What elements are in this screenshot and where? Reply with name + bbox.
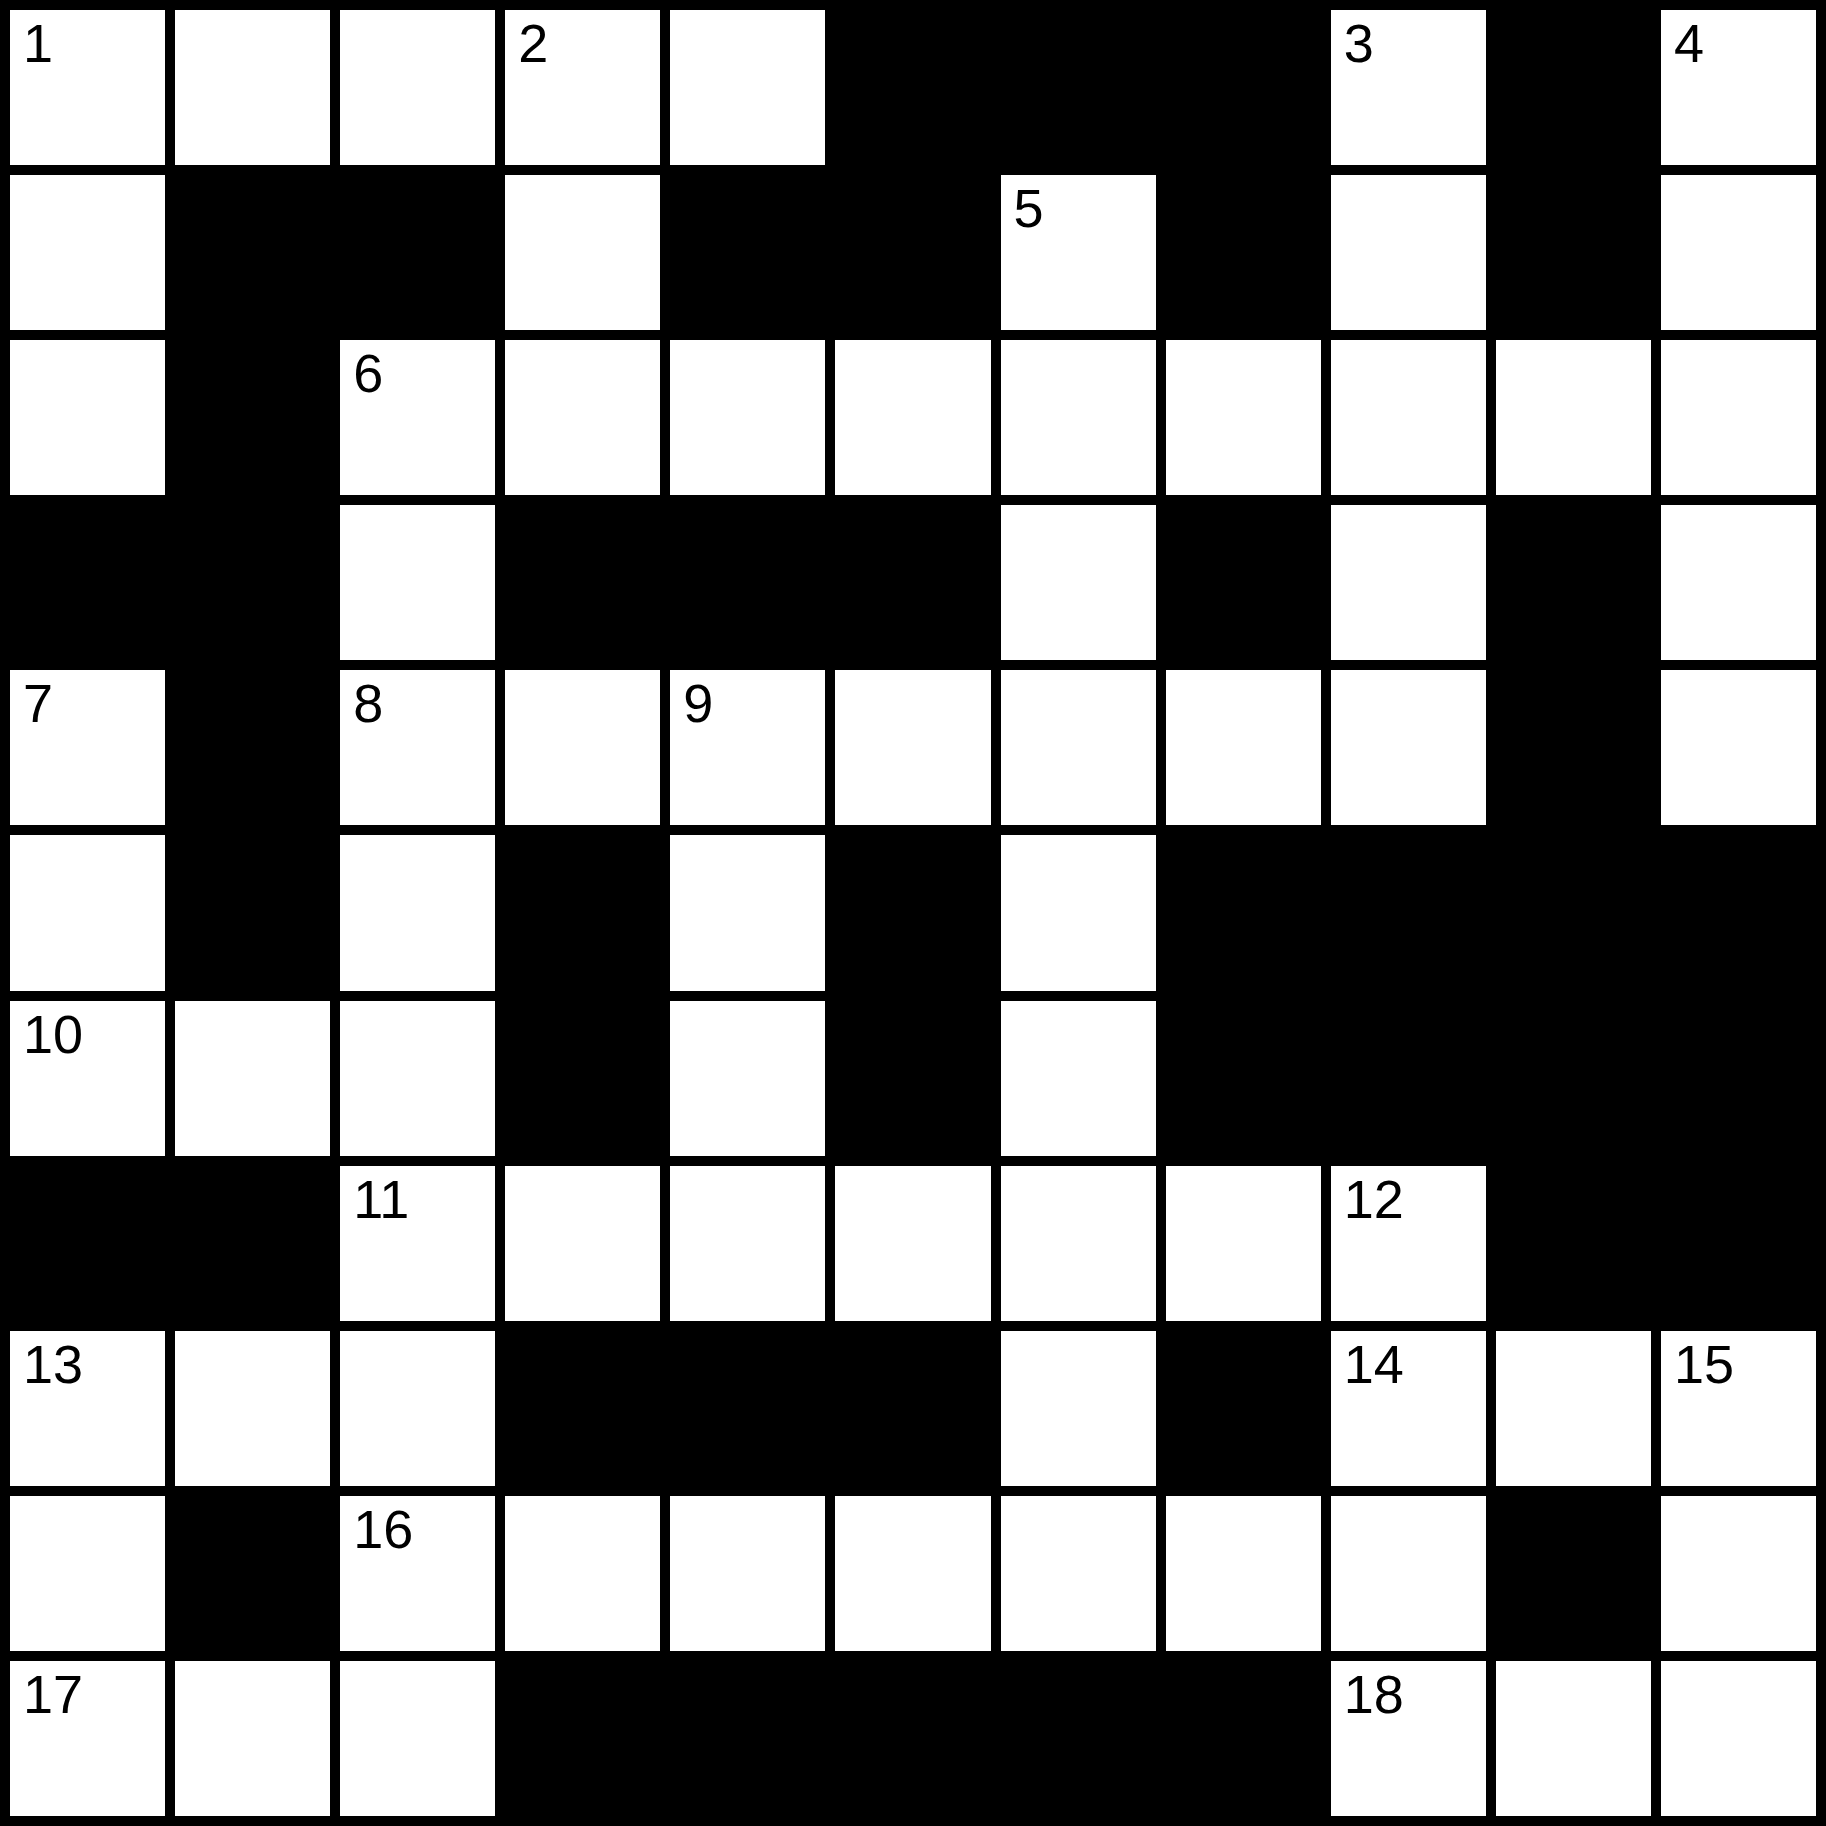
white-cell-r10c2[interactable] bbox=[340, 1661, 495, 1816]
white-cell-r4c6[interactable] bbox=[1001, 670, 1156, 825]
black-cell-r1c5 bbox=[835, 175, 990, 330]
black-cell-r7c10 bbox=[1661, 1166, 1816, 1321]
white-cell-r10c8[interactable]: 18 bbox=[1331, 1661, 1486, 1816]
black-cell-r3c9 bbox=[1496, 505, 1651, 660]
black-cell-r9c9 bbox=[1496, 1496, 1651, 1651]
black-cell-r10c3 bbox=[505, 1661, 660, 1816]
black-cell-r6c8 bbox=[1331, 1001, 1486, 1156]
white-cell-r4c8[interactable] bbox=[1331, 670, 1486, 825]
white-cell-r8c8[interactable]: 14 bbox=[1331, 1331, 1486, 1486]
white-cell-r6c4[interactable] bbox=[670, 1001, 825, 1156]
black-cell-r3c3 bbox=[505, 505, 660, 660]
white-cell-r4c3[interactable] bbox=[505, 670, 660, 825]
white-cell-r5c6[interactable] bbox=[1001, 835, 1156, 990]
clue-number-8: 8 bbox=[353, 674, 383, 733]
white-cell-r3c6[interactable] bbox=[1001, 505, 1156, 660]
white-cell-r4c4[interactable]: 9 bbox=[670, 670, 825, 825]
white-cell-r3c2[interactable] bbox=[340, 505, 495, 660]
black-cell-r8c3 bbox=[505, 1331, 660, 1486]
black-cell-r7c9 bbox=[1496, 1166, 1651, 1321]
black-cell-r1c9 bbox=[1496, 175, 1651, 330]
white-cell-r2c10[interactable] bbox=[1661, 340, 1816, 495]
white-cell-r9c2[interactable]: 16 bbox=[340, 1496, 495, 1651]
black-cell-r8c7 bbox=[1166, 1331, 1321, 1486]
white-cell-r4c5[interactable] bbox=[835, 670, 990, 825]
white-cell-r7c5[interactable] bbox=[835, 1166, 990, 1321]
black-cell-r3c0 bbox=[10, 505, 165, 660]
white-cell-r0c1[interactable] bbox=[175, 10, 330, 165]
clue-number-4: 4 bbox=[1674, 14, 1704, 73]
clue-number-13: 13 bbox=[23, 1335, 83, 1394]
black-cell-r10c6 bbox=[1001, 1661, 1156, 1816]
white-cell-r5c0[interactable] bbox=[10, 835, 165, 990]
clue-number-12: 12 bbox=[1344, 1170, 1404, 1229]
white-cell-r2c8[interactable] bbox=[1331, 340, 1486, 495]
black-cell-r10c5 bbox=[835, 1661, 990, 1816]
white-cell-r9c3[interactable] bbox=[505, 1496, 660, 1651]
white-cell-r4c7[interactable] bbox=[1166, 670, 1321, 825]
black-cell-r4c9 bbox=[1496, 670, 1651, 825]
black-cell-r8c4 bbox=[670, 1331, 825, 1486]
clue-number-11: 11 bbox=[353, 1170, 409, 1229]
black-cell-r3c5 bbox=[835, 505, 990, 660]
black-cell-r6c9 bbox=[1496, 1001, 1651, 1156]
clue-number-3: 3 bbox=[1344, 14, 1374, 73]
white-cell-r3c10[interactable] bbox=[1661, 505, 1816, 660]
black-cell-r10c4 bbox=[670, 1661, 825, 1816]
black-cell-r1c4 bbox=[670, 175, 825, 330]
white-cell-r8c10[interactable]: 15 bbox=[1661, 1331, 1816, 1486]
white-cell-r6c1[interactable] bbox=[175, 1001, 330, 1156]
clue-number-18: 18 bbox=[1344, 1665, 1404, 1724]
white-cell-r7c3[interactable] bbox=[505, 1166, 660, 1321]
white-cell-r4c0[interactable]: 7 bbox=[10, 670, 165, 825]
white-cell-r8c0[interactable]: 13 bbox=[10, 1331, 165, 1486]
white-cell-r0c10[interactable]: 4 bbox=[1661, 10, 1816, 165]
white-cell-r7c7[interactable] bbox=[1166, 1166, 1321, 1321]
clue-number-16: 16 bbox=[353, 1500, 413, 1559]
white-cell-r9c4[interactable] bbox=[670, 1496, 825, 1651]
clue-number-5: 5 bbox=[1014, 179, 1044, 238]
black-cell-r2c1 bbox=[175, 340, 330, 495]
white-cell-r1c8[interactable] bbox=[1331, 175, 1486, 330]
clue-number-1: 1 bbox=[23, 14, 53, 73]
black-cell-r5c1 bbox=[175, 835, 330, 990]
black-cell-r10c7 bbox=[1166, 1661, 1321, 1816]
clue-number-9: 9 bbox=[683, 674, 713, 733]
black-cell-r3c4 bbox=[670, 505, 825, 660]
black-cell-r1c1 bbox=[175, 175, 330, 330]
white-cell-r2c5[interactable] bbox=[835, 340, 990, 495]
black-cell-r0c7 bbox=[1166, 10, 1321, 165]
black-cell-r5c9 bbox=[1496, 835, 1651, 990]
black-cell-r8c5 bbox=[835, 1331, 990, 1486]
white-cell-r7c6[interactable] bbox=[1001, 1166, 1156, 1321]
clue-number-2: 2 bbox=[518, 14, 548, 73]
crossword-grid: 123456789101112131415161718 bbox=[0, 0, 1826, 1826]
white-cell-r0c0[interactable]: 1 bbox=[10, 10, 165, 165]
white-cell-r2c7[interactable] bbox=[1166, 340, 1321, 495]
black-cell-r7c0 bbox=[10, 1166, 165, 1321]
black-cell-r9c1 bbox=[175, 1496, 330, 1651]
black-cell-r6c5 bbox=[835, 1001, 990, 1156]
clue-number-6: 6 bbox=[353, 344, 383, 403]
white-cell-r0c2[interactable] bbox=[340, 10, 495, 165]
clue-number-15: 15 bbox=[1674, 1335, 1734, 1394]
white-cell-r0c4[interactable] bbox=[670, 10, 825, 165]
clue-number-17: 17 bbox=[23, 1665, 83, 1724]
white-cell-r9c5[interactable] bbox=[835, 1496, 990, 1651]
white-cell-r2c2[interactable]: 6 bbox=[340, 340, 495, 495]
white-cell-r6c6[interactable] bbox=[1001, 1001, 1156, 1156]
white-cell-r9c6[interactable] bbox=[1001, 1496, 1156, 1651]
white-cell-r0c3[interactable]: 2 bbox=[505, 10, 660, 165]
white-cell-r0c8[interactable]: 3 bbox=[1331, 10, 1486, 165]
black-cell-r0c6 bbox=[1001, 10, 1156, 165]
white-cell-r2c0[interactable] bbox=[10, 340, 165, 495]
black-cell-r5c5 bbox=[835, 835, 990, 990]
black-cell-r4c1 bbox=[175, 670, 330, 825]
white-cell-r7c8[interactable]: 12 bbox=[1331, 1166, 1486, 1321]
white-cell-r7c2[interactable]: 11 bbox=[340, 1166, 495, 1321]
white-cell-r8c9[interactable] bbox=[1496, 1331, 1651, 1486]
white-cell-r2c9[interactable] bbox=[1496, 340, 1651, 495]
white-cell-r1c3[interactable] bbox=[505, 175, 660, 330]
white-cell-r5c4[interactable] bbox=[670, 835, 825, 990]
clue-number-7: 7 bbox=[23, 674, 53, 733]
white-cell-r1c0[interactable] bbox=[10, 175, 165, 330]
white-cell-r1c6[interactable]: 5 bbox=[1001, 175, 1156, 330]
white-cell-r7c4[interactable] bbox=[670, 1166, 825, 1321]
clue-number-10: 10 bbox=[23, 1005, 83, 1064]
white-cell-r10c10[interactable] bbox=[1661, 1661, 1816, 1816]
white-cell-r3c8[interactable] bbox=[1331, 505, 1486, 660]
white-cell-r8c6[interactable] bbox=[1001, 1331, 1156, 1486]
white-cell-r6c0[interactable]: 10 bbox=[10, 1001, 165, 1156]
black-cell-r6c7 bbox=[1166, 1001, 1321, 1156]
black-cell-r3c1 bbox=[175, 505, 330, 660]
white-cell-r8c1[interactable] bbox=[175, 1331, 330, 1486]
black-cell-r5c3 bbox=[505, 835, 660, 990]
black-cell-r7c1 bbox=[175, 1166, 330, 1321]
white-cell-r9c7[interactable] bbox=[1166, 1496, 1321, 1651]
black-cell-r5c10 bbox=[1661, 835, 1816, 990]
white-cell-r8c2[interactable] bbox=[340, 1331, 495, 1486]
white-cell-r4c10[interactable] bbox=[1661, 670, 1816, 825]
clue-number-14: 14 bbox=[1344, 1335, 1404, 1394]
black-cell-r0c9 bbox=[1496, 10, 1651, 165]
black-cell-r5c8 bbox=[1331, 835, 1486, 990]
black-cell-r3c7 bbox=[1166, 505, 1321, 660]
white-cell-r1c10[interactable] bbox=[1661, 175, 1816, 330]
black-cell-r0c5 bbox=[835, 10, 990, 165]
white-cell-r9c10[interactable] bbox=[1661, 1496, 1816, 1651]
white-cell-r5c2[interactable] bbox=[340, 835, 495, 990]
white-cell-r2c6[interactable] bbox=[1001, 340, 1156, 495]
white-cell-r2c3[interactable] bbox=[505, 340, 660, 495]
white-cell-r2c4[interactable] bbox=[670, 340, 825, 495]
black-cell-r6c3 bbox=[505, 1001, 660, 1156]
white-cell-r6c2[interactable] bbox=[340, 1001, 495, 1156]
black-cell-r1c7 bbox=[1166, 175, 1321, 330]
black-cell-r5c7 bbox=[1166, 835, 1321, 990]
white-cell-r9c8[interactable] bbox=[1331, 1496, 1486, 1651]
white-cell-r10c0[interactable]: 17 bbox=[10, 1661, 165, 1816]
black-cell-r1c2 bbox=[340, 175, 495, 330]
black-cell-r6c10 bbox=[1661, 1001, 1816, 1156]
white-cell-r10c1[interactable] bbox=[175, 1661, 330, 1816]
white-cell-r10c9[interactable] bbox=[1496, 1661, 1651, 1816]
white-cell-r9c0[interactable] bbox=[10, 1496, 165, 1651]
white-cell-r4c2[interactable]: 8 bbox=[340, 670, 495, 825]
